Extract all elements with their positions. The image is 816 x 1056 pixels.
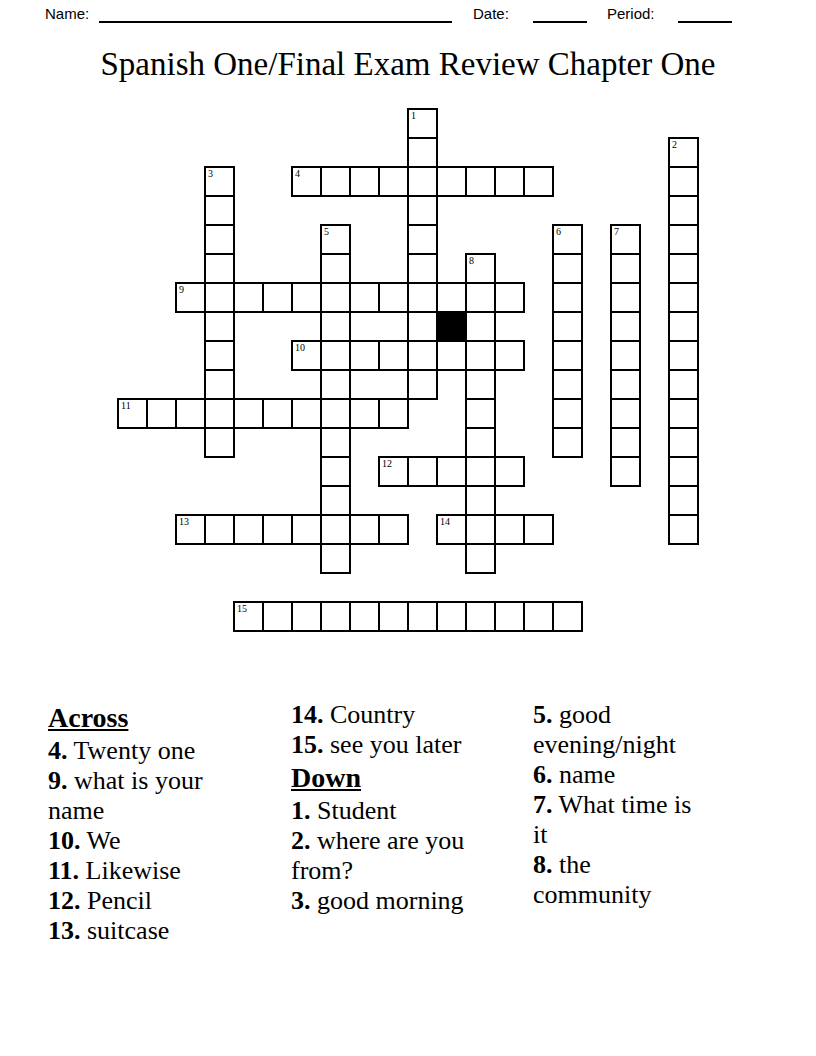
- name-label: Name:: [45, 5, 89, 22]
- clue-15: 15. see you later: [291, 730, 496, 760]
- clue-text: Likewise: [79, 856, 181, 885]
- grid-cell[interactable]: [494, 514, 525, 545]
- clue-number: 1.: [291, 796, 311, 825]
- grid-cell[interactable]: 11: [117, 398, 148, 429]
- grid-cell[interactable]: [494, 456, 525, 487]
- grid-cell[interactable]: [668, 398, 699, 429]
- grid-cell[interactable]: [436, 282, 467, 313]
- grid-cell[interactable]: [291, 514, 322, 545]
- clue-2: 2. where are you from?: [291, 826, 496, 886]
- grid-cell[interactable]: [204, 195, 235, 226]
- cell-number: 11: [121, 401, 131, 411]
- crossword-grid: 123456789101112131415: [117, 108, 700, 633]
- clue-6: 6. name: [533, 760, 705, 790]
- clue-text: where are you from?: [291, 826, 464, 885]
- grid-cell[interactable]: [610, 398, 641, 429]
- period-blank-line[interactable]: [678, 4, 732, 23]
- clue-number: 13.: [48, 916, 81, 945]
- grid-cell[interactable]: [407, 369, 438, 400]
- grid-cell[interactable]: [407, 340, 438, 371]
- grid-cell[interactable]: [552, 398, 583, 429]
- grid-cell[interactable]: 6: [552, 224, 583, 255]
- grid-cell[interactable]: [465, 485, 496, 516]
- grid-cell[interactable]: [204, 224, 235, 255]
- grid-cell[interactable]: [320, 253, 351, 284]
- worksheet-page: { "game": "crossword", "title": "Spanish…: [0, 0, 816, 1056]
- clue-text: Country: [324, 700, 416, 729]
- grid-cell[interactable]: [378, 166, 409, 197]
- grid-cell[interactable]: [407, 253, 438, 284]
- grid-cell[interactable]: 12: [378, 456, 409, 487]
- clues-column-1: Across4. Twenty one9. what is your name1…: [48, 700, 233, 946]
- clue-3: 3. good morning: [291, 886, 496, 916]
- clue-number: 6.: [533, 760, 553, 789]
- grid-cell[interactable]: [436, 601, 467, 632]
- clue-text: name: [553, 760, 616, 789]
- clue-text: Pencil: [81, 886, 153, 915]
- grid-cell[interactable]: [204, 398, 235, 429]
- grid-cell[interactable]: [320, 166, 351, 197]
- grid-cell[interactable]: [407, 456, 438, 487]
- grid-cell[interactable]: [465, 282, 496, 313]
- grid-cell[interactable]: [233, 514, 264, 545]
- grid-cell[interactable]: [262, 398, 293, 429]
- cell-number: 12: [382, 459, 392, 469]
- clues-column-3: 5. good evening/night6. name7. What time…: [533, 700, 705, 910]
- grid-cell[interactable]: [494, 601, 525, 632]
- grid-cell[interactable]: [320, 456, 351, 487]
- clue-text: What time is it: [533, 790, 691, 849]
- cell-number: 15: [237, 604, 247, 614]
- grid-cell[interactable]: [320, 282, 351, 313]
- grid-cell[interactable]: [407, 601, 438, 632]
- grid-cell[interactable]: [465, 311, 496, 342]
- grid-cell[interactable]: [349, 398, 380, 429]
- grid-cell[interactable]: [552, 340, 583, 371]
- grid-cell[interactable]: 10: [291, 340, 322, 371]
- grid-cell[interactable]: 5: [320, 224, 351, 255]
- grid-cell[interactable]: [668, 340, 699, 371]
- grid-cell[interactable]: [610, 311, 641, 342]
- grid-cell[interactable]: [233, 282, 264, 313]
- grid-cell[interactable]: [378, 514, 409, 545]
- clue-4: 4. Twenty one: [48, 736, 233, 766]
- grid-cell[interactable]: [436, 166, 467, 197]
- grid-cell[interactable]: 15: [233, 601, 264, 632]
- grid-cell[interactable]: [668, 427, 699, 458]
- date-label: Date:: [473, 5, 509, 22]
- grid-cell[interactable]: [668, 253, 699, 284]
- cell-number: 5: [324, 227, 329, 237]
- clue-5: 5. good evening/night: [533, 700, 705, 760]
- grid-cell[interactable]: [668, 514, 699, 545]
- grid-cell[interactable]: [610, 456, 641, 487]
- clue-8: 8. the community: [533, 850, 705, 910]
- cell-number: 14: [440, 517, 450, 527]
- clue-number: 2.: [291, 826, 311, 855]
- clue-1: 1. Student: [291, 796, 496, 826]
- grid-cell[interactable]: [378, 601, 409, 632]
- date-blank-line[interactable]: [533, 4, 587, 23]
- grid-cell[interactable]: [610, 340, 641, 371]
- clue-text: Twenty one: [68, 736, 196, 765]
- cell-number: 6: [556, 227, 561, 237]
- clue-number: 7.: [533, 790, 553, 819]
- grid-cell[interactable]: [552, 282, 583, 313]
- grid-cell[interactable]: [668, 485, 699, 516]
- grid-cell[interactable]: [320, 427, 351, 458]
- grid-cell[interactable]: [494, 340, 525, 371]
- grid-cell[interactable]: [320, 311, 351, 342]
- grid-cell[interactable]: 13: [175, 514, 206, 545]
- grid-cell[interactable]: [204, 427, 235, 458]
- grid-cell[interactable]: [349, 340, 380, 371]
- clue-text: see you later: [324, 730, 462, 759]
- clue-number: 4.: [48, 736, 68, 765]
- grid-cell[interactable]: 14: [436, 514, 467, 545]
- clue-text: suitcase: [81, 916, 170, 945]
- clue-number: 14.: [291, 700, 324, 729]
- clue-text: what is your name: [48, 766, 203, 825]
- grid-cell[interactable]: [494, 166, 525, 197]
- grid-cell[interactable]: [407, 166, 438, 197]
- grid-cell[interactable]: [552, 311, 583, 342]
- grid-cell[interactable]: [465, 543, 496, 574]
- grid-cell[interactable]: 2: [668, 137, 699, 168]
- grid-cell[interactable]: [465, 340, 496, 371]
- grid-cell[interactable]: [320, 340, 351, 371]
- clue-text: good evening/night: [533, 700, 676, 759]
- grid-cell[interactable]: [349, 166, 380, 197]
- period-label: Period:: [607, 5, 655, 22]
- clue-7: 7. What time is it: [533, 790, 705, 850]
- grid-cell[interactable]: [668, 282, 699, 313]
- clue-text: Student: [311, 796, 397, 825]
- grid-cell[interactable]: [465, 601, 496, 632]
- grid-cell[interactable]: [465, 166, 496, 197]
- grid-cell[interactable]: [204, 253, 235, 284]
- grid-cell[interactable]: [465, 427, 496, 458]
- cell-number: 9: [179, 285, 184, 295]
- cell-number: 2: [672, 140, 677, 150]
- grid-cell[interactable]: [204, 514, 235, 545]
- grid-cell[interactable]: 8: [465, 253, 496, 284]
- clue-11: 11. Likewise: [48, 856, 233, 886]
- clue-13: 13. suitcase: [48, 916, 233, 946]
- grid-cell[interactable]: [436, 340, 467, 371]
- grid-cell[interactable]: [465, 398, 496, 429]
- grid-cell[interactable]: [552, 253, 583, 284]
- grid-cell[interactable]: [320, 514, 351, 545]
- clue-12: 12. Pencil: [48, 886, 233, 916]
- clue-number: 9.: [48, 766, 68, 795]
- grid-cell[interactable]: [349, 601, 380, 632]
- grid-cell[interactable]: [320, 543, 351, 574]
- grid-cell[interactable]: [407, 195, 438, 226]
- grid-cell[interactable]: 4: [291, 166, 322, 197]
- grid-cell[interactable]: [262, 601, 293, 632]
- grid-cell[interactable]: [349, 514, 380, 545]
- clue-number: 12.: [48, 886, 81, 915]
- down-header: Down: [291, 760, 496, 796]
- grid-cell[interactable]: [552, 427, 583, 458]
- grid-cell[interactable]: [523, 166, 554, 197]
- grid-cell[interactable]: [204, 282, 235, 313]
- grid-cell[interactable]: [523, 601, 554, 632]
- cell-number: 8: [469, 256, 474, 266]
- grid-cell[interactable]: [668, 166, 699, 197]
- cell-number: 1: [411, 111, 416, 121]
- name-blank-line[interactable]: [99, 4, 452, 23]
- grid-cell[interactable]: [668, 456, 699, 487]
- grid-cell[interactable]: [552, 601, 583, 632]
- grid-cell[interactable]: [262, 514, 293, 545]
- clue-number: 8.: [533, 850, 553, 879]
- grid-cell[interactable]: [668, 195, 699, 226]
- cell-number: 4: [295, 169, 300, 179]
- grid-cell[interactable]: [610, 253, 641, 284]
- grid-cell[interactable]: [610, 369, 641, 400]
- clue-text: good morning: [311, 886, 464, 915]
- grid-cell[interactable]: [407, 311, 438, 342]
- grid-cell[interactable]: [233, 398, 264, 429]
- clue-10: 10. We: [48, 826, 233, 856]
- grid-cell[interactable]: [291, 282, 322, 313]
- clue-number: 10.: [48, 826, 81, 855]
- clue-number: 15.: [291, 730, 324, 759]
- grid-cell[interactable]: [291, 601, 322, 632]
- grid-cell[interactable]: [523, 514, 554, 545]
- clue-text: We: [81, 826, 121, 855]
- grid-cell[interactable]: [436, 456, 467, 487]
- grid-cell[interactable]: [349, 282, 380, 313]
- grid-cell[interactable]: [204, 311, 235, 342]
- grid-cell[interactable]: [465, 369, 496, 400]
- grid-cell[interactable]: [494, 282, 525, 313]
- clue-number: 11.: [48, 856, 79, 885]
- grid-cell[interactable]: [552, 369, 583, 400]
- grid-cell[interactable]: [668, 311, 699, 342]
- grid-cell[interactable]: [262, 282, 293, 313]
- cell-number: 7: [614, 227, 619, 237]
- grid-cell[interactable]: 9: [175, 282, 206, 313]
- black-cell: [436, 311, 467, 342]
- clue-number: 3.: [291, 886, 311, 915]
- cell-number: 3: [208, 169, 213, 179]
- across-header: Across: [48, 700, 233, 736]
- grid-cell[interactable]: [465, 514, 496, 545]
- grid-cell[interactable]: [378, 398, 409, 429]
- grid-cell[interactable]: [378, 340, 409, 371]
- clue-number: 5.: [533, 700, 553, 729]
- grid-cell[interactable]: [204, 340, 235, 371]
- grid-cell[interactable]: [175, 398, 206, 429]
- cell-number: 10: [295, 343, 305, 353]
- grid-cell[interactable]: [407, 282, 438, 313]
- grid-cell[interactable]: [668, 224, 699, 255]
- grid-cell[interactable]: [146, 398, 177, 429]
- grid-cell[interactable]: [204, 369, 235, 400]
- grid-cell[interactable]: [320, 398, 351, 429]
- grid-cell[interactable]: [291, 398, 322, 429]
- grid-cell[interactable]: [320, 601, 351, 632]
- grid-cell[interactable]: [407, 137, 438, 168]
- grid-cell[interactable]: [320, 369, 351, 400]
- grid-cell[interactable]: [668, 369, 699, 400]
- grid-cell[interactable]: 1: [407, 108, 438, 139]
- grid-cell[interactable]: [320, 485, 351, 516]
- puzzle-title: Spanish One/Final Exam Review Chapter On…: [0, 45, 816, 83]
- grid-cell[interactable]: [610, 427, 641, 458]
- clues-column-2: 14. Country15. see you laterDown1. Stude…: [291, 700, 496, 916]
- grid-cell[interactable]: [378, 282, 409, 313]
- cell-number: 13: [179, 517, 189, 527]
- grid-cell[interactable]: 3: [204, 166, 235, 197]
- grid-cell[interactable]: 7: [610, 224, 641, 255]
- grid-cell[interactable]: [407, 224, 438, 255]
- clue-9: 9. what is your name: [48, 766, 233, 826]
- grid-cell[interactable]: [610, 282, 641, 313]
- grid-cell[interactable]: [465, 456, 496, 487]
- clue-14: 14. Country: [291, 700, 496, 730]
